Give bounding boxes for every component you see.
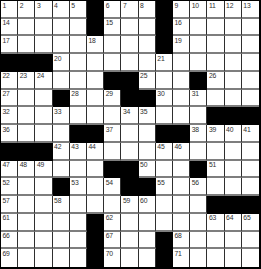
black-cell — [53, 178, 70, 196]
cell-number: 44 — [89, 143, 96, 150]
cell[interactable]: 42 — [53, 143, 70, 161]
black-cell — [53, 90, 70, 108]
cell-number: 4 — [54, 2, 58, 9]
cell[interactable] — [207, 54, 224, 72]
cell[interactable] — [18, 249, 35, 267]
cell[interactable] — [173, 54, 190, 72]
cell-number: 38 — [192, 126, 199, 133]
cell[interactable]: 54 — [104, 178, 121, 196]
cell[interactable]: 37 — [104, 125, 121, 143]
cell-number: 13 — [243, 2, 250, 9]
cell-number: 34 — [123, 108, 130, 115]
cell[interactable]: 62 — [104, 214, 121, 232]
cell-number: 26 — [209, 72, 216, 79]
cell[interactable] — [35, 125, 52, 143]
cell[interactable] — [104, 196, 121, 214]
black-cell — [18, 54, 35, 72]
cell[interactable]: 23 — [18, 72, 35, 90]
cell-number: 37 — [106, 126, 113, 133]
cell[interactable] — [207, 249, 224, 267]
cell[interactable]: 29 — [104, 90, 121, 108]
cell[interactable] — [139, 249, 156, 267]
cell[interactable] — [18, 232, 35, 250]
cell[interactable] — [121, 143, 138, 161]
cell[interactable]: 64 — [225, 214, 242, 232]
cell-number: 58 — [54, 197, 61, 204]
cell-number: 63 — [209, 214, 216, 221]
cell-number: 50 — [140, 161, 147, 168]
cell-number: 65 — [243, 214, 250, 221]
cell[interactable] — [121, 249, 138, 267]
cell[interactable] — [104, 143, 121, 161]
cell[interactable] — [53, 72, 70, 90]
black-cell — [35, 54, 52, 72]
cell[interactable]: 45 — [156, 143, 173, 161]
cell-number: 12 — [226, 2, 233, 9]
cell[interactable]: 58 — [53, 196, 70, 214]
cell[interactable]: 50 — [139, 161, 156, 179]
cell-number: 24 — [37, 72, 44, 79]
cell-number: 16 — [175, 19, 182, 26]
black-cell — [173, 125, 190, 143]
cell[interactable]: 55 — [156, 178, 173, 196]
cell[interactable] — [139, 125, 156, 143]
cell-number: 45 — [157, 143, 164, 150]
cell[interactable] — [70, 249, 87, 267]
cell-number: 5 — [71, 2, 75, 9]
cell[interactable] — [35, 232, 52, 250]
cell[interactable] — [35, 249, 52, 267]
cell[interactable] — [242, 36, 259, 54]
cell[interactable]: 60 — [139, 196, 156, 214]
cell[interactable]: 15 — [104, 19, 121, 37]
cell[interactable] — [225, 178, 242, 196]
cell-number: 21 — [157, 55, 164, 62]
cell[interactable] — [242, 72, 259, 90]
cell-number: 60 — [140, 197, 147, 204]
cell[interactable] — [35, 90, 52, 108]
cell[interactable] — [190, 54, 207, 72]
cell-number: 47 — [3, 161, 10, 168]
cell[interactable] — [173, 90, 190, 108]
cell[interactable] — [225, 90, 242, 108]
cell[interactable] — [18, 107, 35, 125]
cell[interactable]: 8 — [139, 1, 156, 19]
cell[interactable]: 28 — [70, 90, 87, 108]
cell[interactable] — [70, 107, 87, 125]
cell[interactable] — [207, 19, 224, 37]
cell-number: 51 — [209, 161, 216, 168]
cell[interactable]: 20 — [53, 54, 70, 72]
black-cell — [242, 196, 259, 214]
cell-number: 8 — [140, 2, 144, 9]
cell[interactable] — [121, 36, 138, 54]
cell-number: 20 — [54, 55, 61, 62]
cell[interactable]: 7 — [121, 1, 138, 19]
cell[interactable] — [35, 19, 52, 37]
black-cell — [70, 125, 87, 143]
cell-number: 14 — [3, 19, 10, 26]
cell[interactable] — [173, 72, 190, 90]
cell[interactable] — [87, 90, 104, 108]
black-cell — [225, 196, 242, 214]
cell[interactable] — [225, 72, 242, 90]
cell[interactable] — [18, 19, 35, 37]
cell[interactable]: 59 — [121, 196, 138, 214]
cell[interactable]: 69 — [1, 249, 18, 267]
cell[interactable] — [173, 107, 190, 125]
cell-number: 3 — [37, 2, 41, 9]
cell[interactable]: 22 — [1, 72, 18, 90]
cell[interactable] — [156, 214, 173, 232]
black-cell — [87, 214, 104, 232]
cell[interactable] — [139, 143, 156, 161]
cell[interactable] — [35, 214, 52, 232]
cell[interactable] — [225, 36, 242, 54]
cell[interactable] — [121, 19, 138, 37]
black-cell — [225, 107, 242, 125]
cell-number: 23 — [20, 72, 27, 79]
cell[interactable] — [53, 161, 70, 179]
cell[interactable] — [70, 161, 87, 179]
cell[interactable]: 53 — [70, 178, 87, 196]
black-cell — [104, 161, 121, 179]
cell[interactable]: 44 — [87, 143, 104, 161]
black-cell — [207, 196, 224, 214]
cell[interactable] — [173, 178, 190, 196]
cell[interactable]: 63 — [207, 214, 224, 232]
cell[interactable] — [207, 143, 224, 161]
black-cell — [87, 232, 104, 250]
cell[interactable]: 56 — [190, 178, 207, 196]
cell[interactable] — [207, 178, 224, 196]
cell[interactable]: 32 — [1, 107, 18, 125]
cell[interactable] — [156, 196, 173, 214]
cell[interactable]: 41 — [242, 125, 259, 143]
cell[interactable] — [104, 107, 121, 125]
cell[interactable] — [104, 36, 121, 54]
cell[interactable]: 36 — [1, 125, 18, 143]
black-cell — [156, 125, 173, 143]
cell-number: 56 — [192, 179, 199, 186]
cell[interactable] — [225, 19, 242, 37]
black-cell — [242, 107, 259, 125]
black-cell — [156, 36, 173, 54]
cell[interactable] — [156, 72, 173, 90]
cell-number: 42 — [54, 143, 61, 150]
cell-number: 17 — [3, 37, 10, 44]
cell-number: 25 — [140, 72, 147, 79]
cell[interactable] — [70, 72, 87, 90]
cell[interactable] — [121, 54, 138, 72]
black-cell — [207, 107, 224, 125]
cell[interactable]: 18 — [87, 36, 104, 54]
cell[interactable] — [87, 72, 104, 90]
cell[interactable]: 11 — [207, 1, 224, 19]
cell[interactable]: 6 — [104, 1, 121, 19]
cell[interactable] — [242, 143, 259, 161]
cell[interactable] — [18, 36, 35, 54]
cell[interactable]: 21 — [156, 54, 173, 72]
black-cell — [87, 249, 104, 267]
black-cell — [121, 161, 138, 179]
cell-number: 49 — [37, 161, 44, 168]
black-cell — [35, 143, 52, 161]
cell-number: 32 — [3, 108, 10, 115]
black-cell — [156, 232, 173, 250]
cell[interactable] — [190, 19, 207, 37]
cell[interactable] — [173, 161, 190, 179]
cell[interactable]: 4 — [53, 1, 70, 19]
cell[interactable] — [225, 232, 242, 250]
cell[interactable] — [70, 214, 87, 232]
cell[interactable] — [18, 90, 35, 108]
cell[interactable] — [70, 36, 87, 54]
cell[interactable] — [242, 249, 259, 267]
cell-number: 30 — [157, 90, 164, 97]
black-cell — [87, 125, 104, 143]
cell-number: 59 — [123, 197, 130, 204]
cell[interactable]: 71 — [173, 249, 190, 267]
black-cell — [139, 90, 156, 108]
cell[interactable] — [190, 196, 207, 214]
cell[interactable]: 47 — [1, 161, 18, 179]
cell-number: 43 — [71, 143, 78, 150]
cell[interactable]: 49 — [35, 161, 52, 179]
cell-number: 67 — [106, 232, 113, 239]
cell[interactable]: 68 — [173, 232, 190, 250]
cell-number: 15 — [106, 19, 113, 26]
cell[interactable] — [173, 214, 190, 232]
cell-number: 22 — [3, 72, 10, 79]
cell[interactable] — [18, 178, 35, 196]
cell[interactable] — [53, 249, 70, 267]
cell[interactable] — [70, 196, 87, 214]
cell[interactable]: 3 — [35, 1, 52, 19]
cell-number: 35 — [140, 108, 147, 115]
cell-number: 57 — [3, 197, 10, 204]
cell[interactable] — [207, 232, 224, 250]
cell[interactable] — [18, 196, 35, 214]
cell[interactable] — [225, 161, 242, 179]
cell[interactable] — [53, 125, 70, 143]
cell[interactable]: 17 — [1, 36, 18, 54]
cell[interactable]: 57 — [1, 196, 18, 214]
black-cell — [87, 1, 104, 19]
cell-number: 54 — [106, 179, 113, 186]
cell[interactable]: 52 — [1, 178, 18, 196]
cell[interactable] — [225, 249, 242, 267]
black-cell — [156, 19, 173, 37]
cell[interactable]: 30 — [156, 90, 173, 108]
cell[interactable] — [35, 178, 52, 196]
cell[interactable]: 65 — [242, 214, 259, 232]
cell[interactable] — [242, 54, 259, 72]
cell[interactable]: 40 — [225, 125, 242, 143]
cell[interactable] — [70, 232, 87, 250]
cell[interactable] — [242, 161, 259, 179]
cell[interactable] — [18, 125, 35, 143]
cell-number: 68 — [175, 232, 182, 239]
cell[interactable]: 35 — [139, 107, 156, 125]
cell[interactable] — [207, 90, 224, 108]
cell[interactable]: 2 — [18, 1, 35, 19]
cell[interactable] — [87, 178, 104, 196]
cell-number: 9 — [175, 2, 179, 9]
cell-number: 33 — [54, 108, 61, 115]
cell-number: 7 — [123, 2, 127, 9]
cell[interactable]: 25 — [139, 72, 156, 90]
cell-number: 2 — [20, 2, 24, 9]
cell[interactable] — [87, 161, 104, 179]
cell[interactable] — [207, 36, 224, 54]
cell-number: 62 — [106, 214, 113, 221]
cell-number: 6 — [106, 2, 110, 9]
cell[interactable]: 39 — [207, 125, 224, 143]
black-cell — [1, 143, 18, 161]
cell[interactable]: 70 — [104, 249, 121, 267]
cell[interactable]: 61 — [1, 214, 18, 232]
cell[interactable] — [18, 214, 35, 232]
cell[interactable] — [70, 19, 87, 37]
black-cell — [156, 1, 173, 19]
cell-number: 19 — [175, 37, 182, 44]
cell[interactable] — [225, 143, 242, 161]
cell[interactable] — [139, 54, 156, 72]
cell[interactable]: 33 — [53, 107, 70, 125]
cell-number: 27 — [3, 90, 10, 97]
cell[interactable]: 13 — [242, 1, 259, 19]
black-cell — [156, 249, 173, 267]
cell-number: 55 — [157, 179, 164, 186]
cell[interactable]: 1 — [1, 1, 18, 19]
cell-number: 64 — [226, 214, 233, 221]
cell[interactable] — [190, 143, 207, 161]
black-cell — [121, 72, 138, 90]
cell-number: 29 — [106, 90, 113, 97]
cell[interactable]: 38 — [190, 125, 207, 143]
cell[interactable]: 27 — [1, 90, 18, 108]
cell-number: 10 — [192, 2, 199, 9]
black-cell — [139, 178, 156, 196]
cell[interactable] — [87, 107, 104, 125]
cell-number: 69 — [3, 250, 10, 257]
cell[interactable] — [190, 249, 207, 267]
cell[interactable] — [190, 107, 207, 125]
cell-number: 1 — [3, 2, 7, 9]
cell-number: 48 — [20, 161, 27, 168]
cell[interactable]: 19 — [173, 36, 190, 54]
cell-number: 46 — [175, 143, 182, 150]
cell[interactable]: 16 — [173, 19, 190, 37]
cell[interactable]: 51 — [207, 161, 224, 179]
cell[interactable]: 9 — [173, 1, 190, 19]
cell[interactable] — [139, 214, 156, 232]
crossword-grid: 1234567891011121314151617181920212223242… — [0, 0, 261, 269]
cell-number: 11 — [209, 2, 216, 9]
cell[interactable] — [139, 232, 156, 250]
black-cell — [1, 54, 18, 72]
cell[interactable]: 26 — [207, 72, 224, 90]
black-cell — [121, 90, 138, 108]
cell[interactable] — [173, 196, 190, 214]
cell[interactable] — [225, 54, 242, 72]
cell[interactable] — [242, 19, 259, 37]
cell[interactable]: 34 — [121, 107, 138, 125]
cell[interactable] — [190, 214, 207, 232]
cell[interactable]: 10 — [190, 1, 207, 19]
cell[interactable] — [53, 214, 70, 232]
black-cell — [87, 19, 104, 37]
black-cell — [121, 178, 138, 196]
cell[interactable] — [121, 232, 138, 250]
cell[interactable]: 12 — [225, 1, 242, 19]
crossword-board: 1234567891011121314151617181920212223242… — [0, 0, 261, 269]
cell[interactable] — [70, 54, 87, 72]
cell[interactable] — [156, 161, 173, 179]
cell[interactable] — [190, 232, 207, 250]
cell[interactable]: 46 — [173, 143, 190, 161]
cell-number: 71 — [175, 250, 182, 257]
cell[interactable] — [35, 196, 52, 214]
cell-number: 53 — [71, 179, 78, 186]
cell[interactable] — [190, 36, 207, 54]
cell-number: 31 — [192, 90, 199, 97]
cell[interactable] — [242, 178, 259, 196]
cell[interactable] — [35, 36, 52, 54]
cell[interactable] — [87, 54, 104, 72]
cell[interactable]: 66 — [1, 232, 18, 250]
cell[interactable] — [53, 19, 70, 37]
cell[interactable] — [121, 214, 138, 232]
cell[interactable]: 67 — [104, 232, 121, 250]
cell[interactable] — [104, 54, 121, 72]
cell-number: 41 — [243, 126, 250, 133]
cell[interactable]: 31 — [190, 90, 207, 108]
cell-number: 18 — [89, 37, 96, 44]
black-cell — [104, 72, 121, 90]
cell[interactable] — [35, 107, 52, 125]
cell-number: 52 — [3, 179, 10, 186]
cell-number: 39 — [209, 126, 216, 133]
cell[interactable] — [139, 36, 156, 54]
cell-number: 36 — [3, 126, 10, 133]
cell-number: 61 — [3, 214, 10, 221]
cell[interactable] — [53, 36, 70, 54]
cell[interactable]: 5 — [70, 1, 87, 19]
black-cell — [190, 72, 207, 90]
cell[interactable] — [139, 19, 156, 37]
cell[interactable] — [87, 196, 104, 214]
cell-number: 28 — [71, 90, 78, 97]
black-cell — [190, 161, 207, 179]
cell[interactable]: 48 — [18, 161, 35, 179]
cell[interactable] — [242, 90, 259, 108]
cell-number: 40 — [226, 126, 233, 133]
cell-number: 66 — [3, 232, 10, 239]
cell[interactable]: 14 — [1, 19, 18, 37]
cell[interactable] — [156, 107, 173, 125]
cell[interactable]: 24 — [35, 72, 52, 90]
cell-number: 70 — [106, 250, 113, 257]
cell[interactable] — [121, 125, 138, 143]
cell[interactable]: 43 — [70, 143, 87, 161]
black-cell — [18, 143, 35, 161]
cell[interactable] — [53, 232, 70, 250]
cell[interactable] — [242, 232, 259, 250]
